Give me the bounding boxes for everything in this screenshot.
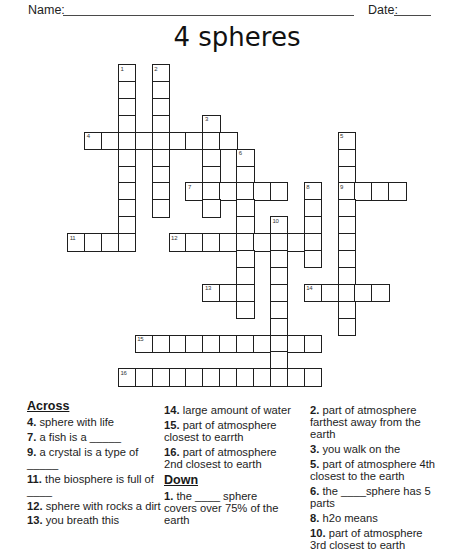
clue-number-5: 5 — [340, 133, 343, 139]
grid-cell-r16c7[interactable] — [185, 335, 203, 353]
grid-cell-r8c14[interactable] — [304, 199, 322, 217]
clue-9: 9. a crystal is a type of _____ — [27, 446, 167, 470]
clue-number-14: 14 — [306, 285, 312, 291]
grid-cell-r4c2[interactable] — [101, 132, 119, 150]
grid-cell-r7c8[interactable] — [202, 182, 220, 200]
grid-cell-r18c13[interactable] — [287, 368, 305, 386]
grid-cell-r10c8[interactable] — [202, 233, 220, 251]
clue-number-3: 3 — [205, 116, 208, 122]
grid-cell-r10c9[interactable] — [219, 233, 237, 251]
grid-cell-r18c14[interactable] — [304, 368, 322, 386]
grid-cell-r13c8[interactable]: 13 — [202, 284, 220, 302]
name-label: Name: — [28, 3, 65, 17]
clues-column-1: Across4. sphere with life7. a fish is a … — [27, 399, 167, 529]
grid-cell-r18c12[interactable] — [270, 368, 288, 386]
clue-3: 3. you walk on the — [310, 443, 438, 455]
name-blank-line[interactable] — [63, 2, 354, 16]
clues-column-2: 14. large amount of water15. part of atm… — [164, 404, 291, 529]
grid-cell-r9c16[interactable] — [338, 216, 356, 234]
grid-cell-r3c5[interactable] — [152, 115, 170, 133]
grid-cell-r4c6[interactable] — [169, 132, 187, 150]
clue-4: 4. sphere with life — [27, 416, 167, 428]
grid-cell-r2c3[interactable] — [118, 98, 136, 116]
grid-cell-r6c8[interactable] — [202, 166, 220, 184]
grid-cell-r18c7[interactable] — [185, 368, 203, 386]
grid-cell-r10c3[interactable] — [118, 233, 136, 251]
grid-cell-r7c18[interactable] — [371, 182, 389, 200]
grid-cell-r15c12[interactable] — [270, 318, 288, 336]
clues-header-across: Across — [27, 399, 167, 413]
grid-cell-r10c0[interactable]: 11 — [67, 233, 85, 251]
grid-cell-r13c16[interactable] — [338, 284, 356, 302]
grid-cell-r18c5[interactable] — [152, 368, 170, 386]
grid-cell-r8c3[interactable] — [118, 199, 136, 217]
grid-cell-r7c17[interactable] — [354, 182, 372, 200]
grid-cell-r7c7[interactable]: 7 — [185, 182, 203, 200]
clue-number-15: 15 — [137, 336, 143, 342]
grid-cell-r9c10[interactable] — [236, 216, 254, 234]
grid-cell-r13c12[interactable] — [270, 284, 288, 302]
clue-number-6: 6 — [239, 150, 242, 156]
crossword-grid: 12345678910111213141516 — [68, 65, 406, 386]
grid-cell-r18c6[interactable] — [169, 368, 187, 386]
grid-cell-r9c3[interactable] — [118, 216, 136, 234]
grid-cell-r16c13[interactable] — [287, 335, 305, 353]
clue-11: 11. the biosphere is full of ____ — [27, 473, 167, 497]
grid-cell-r7c14[interactable]: 8 — [304, 182, 322, 200]
grid-cell-r1c3[interactable] — [118, 81, 136, 99]
grid-cell-r5c10[interactable]: 6 — [236, 149, 254, 167]
clues-header-down: Down — [164, 473, 291, 487]
clue-7: 7. a fish is a _____ — [27, 431, 167, 443]
grid-cell-r11c16[interactable] — [338, 250, 356, 268]
grid-cell-r7c11[interactable] — [253, 182, 271, 200]
clue-number-11: 11 — [70, 235, 76, 241]
grid-cell-r8c16[interactable] — [338, 199, 356, 217]
grid-cell-r10c10[interactable] — [236, 233, 254, 251]
grid-cell-r8c5[interactable] — [152, 199, 170, 217]
clue-number-10: 10 — [272, 218, 278, 224]
grid-cell-r4c5[interactable] — [152, 132, 170, 150]
grid-cell-r7c10[interactable] — [236, 182, 254, 200]
grid-cell-r9c14[interactable] — [304, 216, 322, 234]
grid-cell-r6c10[interactable] — [236, 166, 254, 184]
clue-12: 12. sphere with rocks a dirt — [27, 500, 167, 512]
grid-cell-r13c9[interactable] — [219, 284, 237, 302]
clue-number-12: 12 — [171, 235, 177, 241]
grid-cell-r11c14[interactable] — [304, 250, 322, 268]
crossword-worksheet: { "header": { "name_label": "Name:", "da… — [0, 0, 474, 555]
clue-number-16: 16 — [120, 370, 126, 376]
grid-cell-r6c3[interactable] — [118, 166, 136, 184]
grid-cell-r7c12[interactable] — [270, 182, 288, 200]
grid-cell-r12c12[interactable] — [270, 267, 288, 285]
grid-cell-r13c17[interactable] — [354, 284, 372, 302]
grid-cell-r5c5[interactable] — [152, 149, 170, 167]
grid-cell-r5c8[interactable] — [202, 149, 220, 167]
date-blank-line[interactable] — [394, 2, 431, 16]
grid-cell-r8c8[interactable] — [202, 199, 220, 217]
clue-number-7: 7 — [188, 184, 191, 190]
clue-number-13: 13 — [205, 285, 211, 291]
grid-cell-r4c4[interactable] — [135, 132, 153, 150]
clue-16: 16. part of atmosphere 2nd closest to ea… — [164, 446, 291, 470]
grid-cell-r16c10[interactable] — [236, 335, 254, 353]
clue-number-4: 4 — [87, 133, 90, 139]
clues-column-3: 2. part of atmosphere farthest away from… — [310, 404, 438, 554]
grid-cell-r12c10[interactable] — [236, 267, 254, 285]
grid-cell-r18c9[interactable] — [219, 368, 237, 386]
grid-cell-r3c3[interactable] — [118, 115, 136, 133]
grid-cell-r16c11[interactable] — [253, 335, 271, 353]
grid-cell-r14c12[interactable] — [270, 301, 288, 319]
grid-cell-r16c14[interactable] — [304, 335, 322, 353]
grid-cell-r7c5[interactable] — [152, 182, 170, 200]
grid-cell-r12c16[interactable] — [338, 267, 356, 285]
clue-1: 1. the ____ sphere covers over 75% of th… — [164, 490, 291, 527]
grid-cell-r16c12[interactable] — [270, 335, 288, 353]
grid-cell-r18c4[interactable] — [135, 368, 153, 386]
grid-cell-r13c10[interactable] — [236, 284, 254, 302]
grid-cell-r18c10[interactable] — [236, 368, 254, 386]
grid-cell-r3c8[interactable]: 3 — [202, 115, 220, 133]
grid-cell-r5c3[interactable] — [118, 149, 136, 167]
grid-cell-r10c13[interactable] — [287, 233, 305, 251]
grid-cell-r11c10[interactable] — [236, 250, 254, 268]
grid-cell-r8c10[interactable] — [236, 199, 254, 217]
clue-10: 10. part of atmosphere 3rd closest to ea… — [310, 527, 438, 551]
grid-cell-r5c16[interactable] — [338, 149, 356, 167]
grid-cell-r7c9[interactable] — [219, 182, 237, 200]
grid-cell-r10c6[interactable]: 12 — [169, 233, 187, 251]
grid-cell-r7c3[interactable] — [118, 182, 136, 200]
grid-cell-r10c7[interactable] — [185, 233, 203, 251]
grid-cell-r7c19[interactable] — [388, 182, 406, 200]
clue-14: 14. large amount of water — [164, 404, 291, 416]
grid-cell-r16c6[interactable] — [169, 335, 187, 353]
grid-cell-r16c4[interactable]: 15 — [135, 335, 153, 353]
grid-cell-r1c5[interactable] — [152, 81, 170, 99]
grid-cell-r0c3[interactable]: 1 — [118, 64, 136, 82]
grid-cell-r10c11[interactable] — [253, 233, 271, 251]
clue-2: 2. part of atmosphere farthest away from… — [310, 404, 438, 441]
grid-cell-r16c5[interactable] — [152, 335, 170, 353]
grid-cell-r2c5[interactable] — [152, 98, 170, 116]
grid-cell-r16c8[interactable] — [202, 335, 220, 353]
grid-cell-r7c16[interactable]: 9 — [338, 182, 356, 200]
grid-cell-r13c14[interactable]: 14 — [304, 284, 322, 302]
grid-cell-r9c12[interactable]: 10 — [270, 216, 288, 234]
grid-cell-r18c11[interactable] — [253, 368, 271, 386]
clue-8: 8. h2o means — [310, 512, 438, 524]
grid-cell-r15c16[interactable] — [338, 318, 356, 336]
grid-cell-r18c3[interactable]: 16 — [118, 368, 136, 386]
grid-cell-r4c7[interactable] — [185, 132, 203, 150]
clue-number-1: 1 — [120, 66, 123, 72]
grid-cell-r14c10[interactable] — [236, 301, 254, 319]
grid-cell-r4c1[interactable]: 4 — [84, 132, 102, 150]
grid-cell-r6c16[interactable] — [338, 166, 356, 184]
grid-cell-r4c9[interactable] — [219, 132, 237, 150]
grid-cell-r18c8[interactable] — [202, 368, 220, 386]
clue-number-9: 9 — [340, 184, 343, 190]
grid-cell-r13c15[interactable] — [321, 284, 339, 302]
grid-cell-r10c2[interactable] — [101, 233, 119, 251]
clue-5: 5. part of atmosphere 4th closest to the… — [310, 458, 438, 482]
grid-cell-r17c12[interactable] — [270, 351, 288, 369]
grid-cell-r14c16[interactable] — [338, 301, 356, 319]
clue-13: 13. you breath this — [27, 514, 167, 526]
clue-number-2: 2 — [154, 66, 157, 72]
grid-cell-r16c9[interactable] — [219, 335, 237, 353]
grid-cell-r4c16[interactable]: 5 — [338, 132, 356, 150]
grid-cell-r6c5[interactable] — [152, 166, 170, 184]
clue-number-8: 8 — [306, 184, 309, 190]
grid-cell-r4c3[interactable] — [118, 132, 136, 150]
grid-cell-r13c18[interactable] — [371, 284, 389, 302]
grid-cell-r11c12[interactable] — [270, 250, 288, 268]
grid-cell-r10c14[interactable] — [304, 233, 322, 251]
page-title: 4 spheres — [0, 22, 474, 52]
grid-cell-r4c8[interactable] — [202, 132, 220, 150]
clue-6: 6. the ____sphere has 5 parts — [310, 485, 438, 509]
grid-cell-r0c5[interactable]: 2 — [152, 64, 170, 82]
grid-cell-r10c16[interactable] — [338, 233, 356, 251]
grid-cell-r10c12[interactable] — [270, 233, 288, 251]
clue-15: 15. part of atmosphere closest to earrth — [164, 419, 291, 443]
grid-cell-r10c1[interactable] — [84, 233, 102, 251]
